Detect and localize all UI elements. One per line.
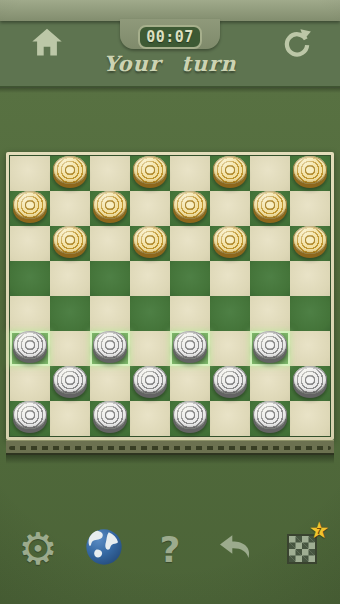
board-cell[interactable] (10, 331, 50, 366)
checker-silver[interactable] (133, 366, 167, 394)
undo-arrow-icon (216, 531, 256, 567)
top-strip (0, 0, 340, 21)
board-cell[interactable] (90, 331, 130, 366)
board-cell[interactable] (50, 296, 90, 331)
language-button[interactable] (82, 527, 126, 571)
board-cell (50, 331, 90, 366)
checker-silver[interactable] (53, 366, 87, 394)
board-cell (90, 156, 130, 191)
board-cell[interactable] (130, 156, 170, 191)
globe-icon (85, 528, 123, 570)
board-cell (250, 296, 290, 331)
board-cell[interactable] (50, 226, 90, 261)
checker-gold[interactable] (173, 191, 207, 219)
board-cell (10, 296, 50, 331)
checker-gold[interactable] (93, 191, 127, 219)
board-cell (210, 401, 250, 436)
board-cell (250, 156, 290, 191)
board-cell[interactable] (170, 401, 210, 436)
checker-silver[interactable] (13, 331, 47, 359)
checker-gold[interactable] (253, 191, 287, 219)
checker-silver[interactable] (13, 401, 47, 429)
board-cell[interactable] (10, 401, 50, 436)
board-cell (170, 366, 210, 401)
board-cell (130, 191, 170, 226)
checker-gold[interactable] (293, 226, 327, 254)
board-cell[interactable] (50, 156, 90, 191)
board-cell[interactable] (210, 226, 250, 261)
help-button[interactable]: ? (148, 527, 192, 571)
board-cell (130, 261, 170, 296)
checker-gold[interactable] (133, 226, 167, 254)
board-cell[interactable] (210, 366, 250, 401)
board-cell (250, 366, 290, 401)
board-cell (10, 226, 50, 261)
checker-silver[interactable] (93, 331, 127, 359)
board-cell[interactable] (210, 156, 250, 191)
board-cell[interactable] (10, 261, 50, 296)
board-cell[interactable] (250, 331, 290, 366)
star-badge-count: 7 (316, 526, 321, 536)
board-cell (130, 331, 170, 366)
board-shadow (6, 455, 334, 464)
board-cell[interactable] (90, 261, 130, 296)
board-cell[interactable] (210, 296, 250, 331)
board-cell (170, 156, 210, 191)
checker-silver[interactable] (93, 401, 127, 429)
checker-silver[interactable] (173, 331, 207, 359)
board-cell[interactable] (170, 261, 210, 296)
board-cell[interactable] (290, 156, 330, 191)
board-cell (290, 331, 330, 366)
board-cell[interactable] (10, 191, 50, 226)
board-cell[interactable] (290, 226, 330, 261)
board-cell (210, 331, 250, 366)
checker-silver[interactable] (213, 366, 247, 394)
checker-silver[interactable] (253, 401, 287, 429)
checker-silver[interactable] (293, 366, 327, 394)
app-screen: 00:07 Your turn ⚙ (0, 0, 340, 604)
question-icon: ? (160, 529, 181, 570)
board-cell (90, 226, 130, 261)
board-cell (210, 191, 250, 226)
board-frame (6, 152, 334, 440)
checker-silver[interactable] (253, 331, 287, 359)
checker-silver[interactable] (173, 401, 207, 429)
board-cell (10, 156, 50, 191)
board-cell (290, 191, 330, 226)
board-cell (50, 191, 90, 226)
board-cell[interactable] (250, 261, 290, 296)
toolbar: ⚙ ? (0, 527, 340, 571)
checker-gold[interactable] (13, 191, 47, 219)
board-cell (250, 226, 290, 261)
gear-icon: ⚙ (18, 527, 57, 571)
board-cell[interactable] (130, 296, 170, 331)
turn-status-text: Your turn (0, 51, 340, 76)
board-cell[interactable] (170, 191, 210, 226)
undo-button[interactable] (214, 527, 258, 571)
settings-button[interactable]: ⚙ (16, 527, 60, 571)
board-cell (90, 296, 130, 331)
board-cell (50, 401, 90, 436)
board-cell (130, 401, 170, 436)
header-divider (0, 86, 340, 93)
checker-gold[interactable] (133, 156, 167, 184)
board-cell (50, 261, 90, 296)
board-inner (9, 155, 331, 437)
board-cell (170, 226, 210, 261)
board-cell[interactable] (290, 366, 330, 401)
board-cell[interactable] (90, 401, 130, 436)
board-cell (290, 261, 330, 296)
timer: 00:07 (138, 25, 202, 49)
star-badge: ★ 7 (307, 518, 331, 542)
board-cell[interactable] (250, 401, 290, 436)
board-cell[interactable] (130, 366, 170, 401)
checker-gold[interactable] (53, 226, 87, 254)
board-cell[interactable] (170, 331, 210, 366)
checker-gold[interactable] (53, 156, 87, 184)
board-cell (10, 366, 50, 401)
achievements-button[interactable]: ★ 7 (280, 527, 324, 571)
board-cell[interactable] (90, 191, 130, 226)
board-cell (170, 296, 210, 331)
board-cell[interactable] (130, 226, 170, 261)
checker-gold[interactable] (213, 156, 247, 184)
board-cell[interactable] (50, 366, 90, 401)
board-cell (90, 366, 130, 401)
checker-gold[interactable] (213, 226, 247, 254)
board-rim (6, 440, 334, 455)
board-cell[interactable] (290, 296, 330, 331)
checker-gold[interactable] (293, 156, 327, 184)
board-grid (10, 156, 330, 436)
board-cell (210, 261, 250, 296)
board-cell[interactable] (250, 191, 290, 226)
timer-value: 00:07 (146, 28, 194, 46)
board-cell (290, 401, 330, 436)
